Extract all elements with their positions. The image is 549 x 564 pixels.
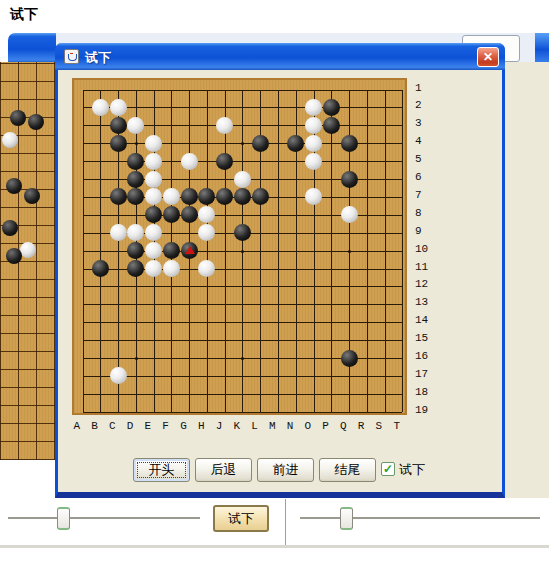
grid-line-h <box>83 322 403 323</box>
column-label: N <box>287 420 294 432</box>
stone-black[interactable] <box>127 260 144 277</box>
stone-black[interactable] <box>216 153 233 170</box>
grid-line-v <box>402 90 403 412</box>
star-point <box>241 142 244 145</box>
stone-white[interactable] <box>198 206 215 223</box>
grid-line-v <box>367 90 368 412</box>
row-label: 18 <box>415 386 428 398</box>
column-label: L <box>251 420 258 432</box>
stone-black[interactable] <box>127 242 144 259</box>
row-label: 4 <box>415 135 422 147</box>
stone-black[interactable] <box>198 188 215 205</box>
grid-line-h <box>83 304 403 305</box>
trial-button[interactable]: 试下 <box>213 505 269 532</box>
background-stone-black <box>28 114 44 130</box>
column-label: H <box>198 420 205 432</box>
row-label: 17 <box>415 368 428 380</box>
row-label: 1 <box>415 82 422 94</box>
stone-black[interactable] <box>127 171 144 188</box>
row-label: 5 <box>415 153 422 165</box>
row-label: 11 <box>415 261 428 273</box>
column-label: P <box>322 420 329 432</box>
forward-button[interactable]: 前进 <box>257 458 314 482</box>
column-label: D <box>127 420 134 432</box>
trial-checkbox[interactable]: ✓ <box>381 462 395 476</box>
stone-white[interactable] <box>145 224 162 241</box>
java-app-icon <box>64 49 79 64</box>
stone-white[interactable] <box>145 135 162 152</box>
column-label: E <box>145 420 152 432</box>
background-stone-black <box>6 248 22 264</box>
stone-white[interactable] <box>110 224 127 241</box>
stone-white[interactable] <box>145 188 162 205</box>
background-titlebar-fragment-right <box>535 33 549 63</box>
row-label: 10 <box>415 243 428 255</box>
grid-line-v <box>385 90 386 412</box>
stone-black[interactable] <box>323 99 340 116</box>
stone-black[interactable] <box>110 188 127 205</box>
stone-black[interactable] <box>341 135 358 152</box>
stone-black[interactable] <box>234 188 251 205</box>
row-label: 13 <box>415 296 428 308</box>
back-button[interactable]: 后退 <box>195 458 252 482</box>
stone-black[interactable] <box>216 188 233 205</box>
row-label: 2 <box>415 99 422 111</box>
background-stone-black <box>24 188 40 204</box>
trial-checkbox-label: 试下 <box>399 461 425 479</box>
stone-black[interactable] <box>110 117 127 134</box>
background-stone-white <box>20 242 36 258</box>
column-label: G <box>180 420 187 432</box>
stone-white[interactable] <box>181 153 198 170</box>
stone-black[interactable] <box>92 260 109 277</box>
column-label: K <box>233 420 240 432</box>
dialog-titlebar[interactable]: 试下 ✕ <box>55 43 505 70</box>
stone-black[interactable] <box>252 135 269 152</box>
stone-white[interactable] <box>305 117 322 134</box>
row-label: 7 <box>415 189 422 201</box>
dialog-title: 试下 <box>85 49 111 67</box>
row-label: 6 <box>415 171 422 183</box>
end-button[interactable]: 结尾 <box>319 458 376 482</box>
stone-white[interactable] <box>305 99 322 116</box>
column-label: Q <box>340 420 347 432</box>
right-slider-thumb[interactable] <box>340 507 353 530</box>
grid-line-h <box>83 412 403 413</box>
stone-white[interactable] <box>305 135 322 152</box>
row-label: 3 <box>415 117 422 129</box>
stone-white[interactable] <box>127 224 144 241</box>
background-stone-black <box>2 220 18 236</box>
stone-black[interactable] <box>127 188 144 205</box>
background-stone-black <box>10 110 26 126</box>
column-label: J <box>216 420 223 432</box>
column-label: F <box>162 420 169 432</box>
stone-white[interactable] <box>163 260 180 277</box>
stone-white[interactable] <box>198 260 215 277</box>
row-label: 14 <box>415 314 428 326</box>
stone-white[interactable] <box>127 117 144 134</box>
star-point <box>348 250 351 253</box>
stone-white[interactable] <box>216 117 233 134</box>
stone-white[interactable] <box>234 171 251 188</box>
column-label: O <box>305 420 312 432</box>
begin-button[interactable]: 开头 <box>133 458 190 482</box>
stone-black[interactable] <box>181 188 198 205</box>
bottom-divider-line <box>0 545 549 548</box>
screen: { "page": { "title": "试下" }, "dialog": {… <box>0 0 549 564</box>
grid-line-h <box>83 394 403 395</box>
grid-line-v <box>331 90 332 412</box>
left-slider-thumb[interactable] <box>57 507 70 530</box>
divider <box>285 499 286 545</box>
stone-white[interactable] <box>92 99 109 116</box>
grid-line-h <box>83 376 403 377</box>
board-wood[interactable] <box>72 78 407 415</box>
stone-black[interactable] <box>181 206 198 223</box>
grid-line-h <box>83 340 403 341</box>
stone-black[interactable] <box>252 188 269 205</box>
stone-white[interactable] <box>198 224 215 241</box>
column-label: S <box>376 420 383 432</box>
stone-black[interactable] <box>163 242 180 259</box>
right-slider-track[interactable] <box>300 517 540 520</box>
stone-white[interactable] <box>305 188 322 205</box>
background-stone-white <box>2 132 18 148</box>
row-label: 16 <box>415 350 428 362</box>
stone-black[interactable] <box>234 224 251 241</box>
stone-white[interactable] <box>145 260 162 277</box>
row-label: 15 <box>415 332 428 344</box>
stone-black[interactable] <box>287 135 304 152</box>
stone-white[interactable] <box>110 99 127 116</box>
stone-black[interactable] <box>127 153 144 170</box>
stone-black[interactable] <box>341 171 358 188</box>
star-point <box>241 357 244 360</box>
column-label: T <box>393 420 400 432</box>
stone-black[interactable] <box>110 135 127 152</box>
grid-line-h <box>83 286 403 287</box>
stone-black[interactable] <box>163 206 180 223</box>
row-label: 8 <box>415 207 422 219</box>
grid-line-v <box>278 90 279 412</box>
row-label: 19 <box>415 404 428 416</box>
column-label: B <box>91 420 98 432</box>
star-point <box>135 357 138 360</box>
column-label: R <box>358 420 365 432</box>
background-panel-right <box>505 62 549 498</box>
stone-white[interactable] <box>145 242 162 259</box>
stone-white[interactable] <box>341 206 358 223</box>
row-label: 9 <box>415 225 422 237</box>
page-title: 试下 <box>10 6 38 24</box>
stone-white[interactable] <box>145 153 162 170</box>
stone-white[interactable] <box>110 367 127 384</box>
background-go-board <box>0 62 56 460</box>
close-icon[interactable]: ✕ <box>477 47 499 67</box>
stone-white[interactable] <box>145 171 162 188</box>
column-label: C <box>109 420 116 432</box>
left-slider-track[interactable] <box>8 517 200 520</box>
column-label: M <box>269 420 276 432</box>
background-stone-black <box>6 178 22 194</box>
stone-black[interactable] <box>145 206 162 223</box>
stone-white[interactable] <box>305 153 322 170</box>
column-label: A <box>74 420 81 432</box>
stone-black[interactable] <box>181 242 198 259</box>
go-board[interactable]: 12345678910111213141516171819ABCDEFGHJKL… <box>72 78 437 434</box>
background-titlebar-fragment <box>8 33 56 63</box>
star-point <box>135 142 138 145</box>
last-move-marker <box>185 246 195 254</box>
row-label: 12 <box>415 278 428 290</box>
stone-black[interactable] <box>323 117 340 134</box>
stone-black[interactable] <box>341 350 358 367</box>
stone-white[interactable] <box>163 188 180 205</box>
